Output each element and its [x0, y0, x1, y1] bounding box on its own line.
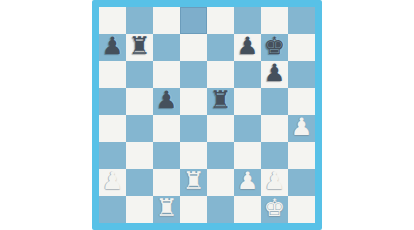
- square-c2[interactable]: [153, 169, 180, 196]
- square-c4[interactable]: [153, 115, 180, 142]
- square-g5[interactable]: [261, 88, 288, 115]
- square-e7[interactable]: [207, 34, 234, 61]
- square-e3[interactable]: [207, 142, 234, 169]
- black-pawn[interactable]: ♟: [237, 33, 259, 60]
- square-a5[interactable]: [99, 88, 126, 115]
- square-c7[interactable]: [153, 34, 180, 61]
- black-pawn[interactable]: ♟: [102, 33, 124, 60]
- square-d3[interactable]: [180, 142, 207, 169]
- square-b2[interactable]: [126, 169, 153, 196]
- square-f6[interactable]: [234, 61, 261, 88]
- square-g8[interactable]: [261, 7, 288, 34]
- square-c6[interactable]: [153, 61, 180, 88]
- black-king[interactable]: ♚: [264, 33, 286, 60]
- square-f4[interactable]: [234, 115, 261, 142]
- square-f8[interactable]: [234, 7, 261, 34]
- square-h4[interactable]: ♟: [288, 115, 315, 142]
- white-pawn[interactable]: ♟: [264, 168, 286, 195]
- black-pawn[interactable]: ♟: [264, 60, 286, 87]
- square-g2[interactable]: ♟: [261, 169, 288, 196]
- square-b1[interactable]: [126, 196, 153, 223]
- square-f3[interactable]: [234, 142, 261, 169]
- square-a3[interactable]: [99, 142, 126, 169]
- square-f1[interactable]: [234, 196, 261, 223]
- square-g7[interactable]: ♚: [261, 34, 288, 61]
- square-b6[interactable]: [126, 61, 153, 88]
- square-h2[interactable]: [288, 169, 315, 196]
- white-rook[interactable]: ♜: [183, 168, 205, 195]
- square-g3[interactable]: [261, 142, 288, 169]
- square-c5[interactable]: ♟: [153, 88, 180, 115]
- square-d4[interactable]: [180, 115, 207, 142]
- square-b8[interactable]: [126, 7, 153, 34]
- square-g1[interactable]: ♚: [261, 196, 288, 223]
- square-g6[interactable]: ♟: [261, 61, 288, 88]
- square-e8[interactable]: [207, 7, 234, 34]
- square-d8[interactable]: [180, 7, 207, 34]
- square-a8[interactable]: [99, 7, 126, 34]
- square-d1[interactable]: [180, 196, 207, 223]
- square-d2[interactable]: ♜: [180, 169, 207, 196]
- square-d6[interactable]: [180, 61, 207, 88]
- square-h5[interactable]: [288, 88, 315, 115]
- square-b4[interactable]: [126, 115, 153, 142]
- black-pawn[interactable]: ♟: [156, 87, 178, 114]
- square-a4[interactable]: [99, 115, 126, 142]
- chess-board-frame: ♟♜♟♚♟♟♜♟♟♜♟♟♜♚: [92, 0, 322, 230]
- square-c8[interactable]: [153, 7, 180, 34]
- square-f2[interactable]: ♟: [234, 169, 261, 196]
- white-king[interactable]: ♚: [264, 195, 286, 222]
- square-h3[interactable]: [288, 142, 315, 169]
- square-b7[interactable]: ♜: [126, 34, 153, 61]
- square-e5[interactable]: ♜: [207, 88, 234, 115]
- black-rook[interactable]: ♜: [210, 87, 232, 114]
- square-a1[interactable]: [99, 196, 126, 223]
- white-pawn[interactable]: ♟: [102, 168, 124, 195]
- square-h6[interactable]: [288, 61, 315, 88]
- square-h8[interactable]: [288, 7, 315, 34]
- square-h7[interactable]: [288, 34, 315, 61]
- square-a6[interactable]: [99, 61, 126, 88]
- square-d7[interactable]: [180, 34, 207, 61]
- white-rook[interactable]: ♜: [156, 195, 178, 222]
- square-e6[interactable]: [207, 61, 234, 88]
- square-a2[interactable]: ♟: [99, 169, 126, 196]
- square-g4[interactable]: [261, 115, 288, 142]
- square-a7[interactable]: ♟: [99, 34, 126, 61]
- square-d5[interactable]: [180, 88, 207, 115]
- square-b5[interactable]: [126, 88, 153, 115]
- square-c1[interactable]: ♜: [153, 196, 180, 223]
- square-h1[interactable]: [288, 196, 315, 223]
- white-pawn[interactable]: ♟: [237, 168, 259, 195]
- chess-board: ♟♜♟♚♟♟♜♟♟♜♟♟♜♚: [99, 7, 315, 223]
- page-background: ♟♜♟♚♟♟♜♟♟♜♟♟♜♚: [0, 0, 414, 230]
- square-f5[interactable]: [234, 88, 261, 115]
- square-e4[interactable]: [207, 115, 234, 142]
- black-rook[interactable]: ♜: [129, 33, 151, 60]
- square-f7[interactable]: ♟: [234, 34, 261, 61]
- square-b3[interactable]: [126, 142, 153, 169]
- square-e1[interactable]: [207, 196, 234, 223]
- square-c3[interactable]: [153, 142, 180, 169]
- white-pawn[interactable]: ♟: [291, 114, 313, 141]
- square-e2[interactable]: [207, 169, 234, 196]
